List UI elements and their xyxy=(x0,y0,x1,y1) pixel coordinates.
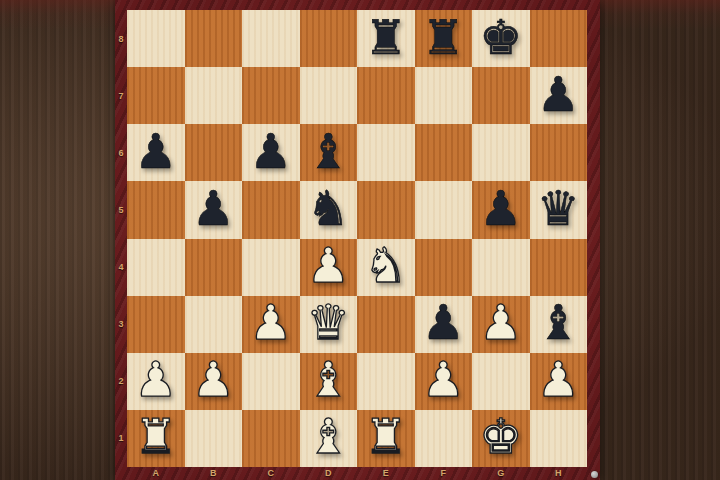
piece-white-bishop-d1[interactable]: ♝ xyxy=(307,412,350,460)
square-c2[interactable] xyxy=(242,353,300,410)
piece-white-knight-e4[interactable]: ♞ xyxy=(364,241,407,289)
square-e7[interactable] xyxy=(357,67,415,124)
piece-black-rook-e8[interactable]: ♜ xyxy=(364,13,407,61)
square-a6[interactable]: ♟ xyxy=(127,124,185,181)
square-g7[interactable] xyxy=(472,67,530,124)
square-b1[interactable] xyxy=(185,410,243,467)
rank-label-8: 8 xyxy=(115,10,127,67)
square-a5[interactable] xyxy=(127,181,185,238)
piece-white-pawn-g3[interactable]: ♟ xyxy=(479,298,522,346)
rank-label-2: 2 xyxy=(115,353,127,410)
square-e1[interactable]: ♜ xyxy=(357,410,415,467)
square-h2[interactable]: ♟ xyxy=(530,353,588,410)
piece-white-rook-a1[interactable]: ♜ xyxy=(134,412,177,460)
square-b6[interactable] xyxy=(185,124,243,181)
square-f6[interactable] xyxy=(415,124,473,181)
square-h5[interactable]: ♛ xyxy=(530,181,588,238)
square-f4[interactable] xyxy=(415,239,473,296)
square-c4[interactable] xyxy=(242,239,300,296)
square-e6[interactable] xyxy=(357,124,415,181)
square-h6[interactable] xyxy=(530,124,588,181)
square-f3[interactable]: ♟ xyxy=(415,296,473,353)
screenshot: 87654321 ABCDEFGH ♜♜♚♟♟♟♝♟♞♟♛♟♞♟♛♟♟♝♟♟♝♟… xyxy=(0,0,720,480)
piece-black-bishop-h3[interactable]: ♝ xyxy=(537,298,580,346)
square-c1[interactable] xyxy=(242,410,300,467)
square-a1[interactable]: ♜ xyxy=(127,410,185,467)
piece-black-knight-d5[interactable]: ♞ xyxy=(307,184,350,232)
square-e8[interactable]: ♜ xyxy=(357,10,415,67)
file-label-c: C xyxy=(242,466,300,480)
square-g8[interactable]: ♚ xyxy=(472,10,530,67)
square-e4[interactable]: ♞ xyxy=(357,239,415,296)
file-label-e: E xyxy=(357,466,415,480)
corner-dot xyxy=(591,471,598,478)
square-b4[interactable] xyxy=(185,239,243,296)
piece-white-pawn-c3[interactable]: ♟ xyxy=(249,298,292,346)
square-h3[interactable]: ♝ xyxy=(530,296,588,353)
square-h1[interactable] xyxy=(530,410,588,467)
square-f7[interactable] xyxy=(415,67,473,124)
square-d1[interactable]: ♝ xyxy=(300,410,358,467)
square-d3[interactable]: ♛ xyxy=(300,296,358,353)
square-g5[interactable]: ♟ xyxy=(472,181,530,238)
rank-label-1: 1 xyxy=(115,410,127,467)
piece-white-queen-d3[interactable]: ♛ xyxy=(307,298,350,346)
square-f1[interactable] xyxy=(415,410,473,467)
square-d4[interactable]: ♟ xyxy=(300,239,358,296)
square-f5[interactable] xyxy=(415,181,473,238)
square-c7[interactable] xyxy=(242,67,300,124)
square-b3[interactable] xyxy=(185,296,243,353)
file-label-h: H xyxy=(530,466,588,480)
square-g1[interactable]: ♚ xyxy=(472,410,530,467)
piece-black-rook-f8[interactable]: ♜ xyxy=(422,13,465,61)
file-label-f: F xyxy=(415,466,473,480)
board-squares: ♜♜♚♟♟♟♝♟♞♟♛♟♞♟♛♟♟♝♟♟♝♟♟♜♝♜♚ xyxy=(127,10,587,467)
square-g3[interactable]: ♟ xyxy=(472,296,530,353)
rank-labels: 87654321 xyxy=(115,10,127,467)
square-g2[interactable] xyxy=(472,353,530,410)
square-c8[interactable] xyxy=(242,10,300,67)
piece-white-pawn-h2[interactable]: ♟ xyxy=(537,355,580,403)
piece-black-pawn-g5[interactable]: ♟ xyxy=(479,184,522,232)
piece-white-bishop-d2[interactable]: ♝ xyxy=(307,355,350,403)
rank-label-4: 4 xyxy=(115,239,127,296)
file-label-d: D xyxy=(300,466,358,480)
piece-black-pawn-f3[interactable]: ♟ xyxy=(422,298,465,346)
piece-black-pawn-c6[interactable]: ♟ xyxy=(249,127,292,175)
square-a8[interactable] xyxy=(127,10,185,67)
piece-black-queen-h5[interactable]: ♛ xyxy=(537,184,580,232)
piece-black-pawn-a6[interactable]: ♟ xyxy=(134,127,177,175)
rank-label-5: 5 xyxy=(115,181,127,238)
square-a4[interactable] xyxy=(127,239,185,296)
piece-white-rook-e1[interactable]: ♜ xyxy=(364,412,407,460)
piece-black-king-g8[interactable]: ♚ xyxy=(479,13,522,61)
piece-black-pawn-h7[interactable]: ♟ xyxy=(537,70,580,118)
piece-white-pawn-b2[interactable]: ♟ xyxy=(192,355,235,403)
square-f2[interactable]: ♟ xyxy=(415,353,473,410)
file-label-b: B xyxy=(185,466,243,480)
square-d5[interactable]: ♞ xyxy=(300,181,358,238)
square-d8[interactable] xyxy=(300,10,358,67)
file-label-g: G xyxy=(472,466,530,480)
square-a2[interactable]: ♟ xyxy=(127,353,185,410)
piece-black-bishop-d6[interactable]: ♝ xyxy=(307,127,350,175)
piece-white-pawn-d4[interactable]: ♟ xyxy=(307,241,350,289)
piece-white-king-g1[interactable]: ♚ xyxy=(479,412,522,460)
square-c3[interactable]: ♟ xyxy=(242,296,300,353)
square-d2[interactable]: ♝ xyxy=(300,353,358,410)
square-e3[interactable] xyxy=(357,296,415,353)
square-d6[interactable]: ♝ xyxy=(300,124,358,181)
square-a3[interactable] xyxy=(127,296,185,353)
square-b5[interactable]: ♟ xyxy=(185,181,243,238)
square-f8[interactable]: ♜ xyxy=(415,10,473,67)
piece-white-pawn-f2[interactable]: ♟ xyxy=(422,355,465,403)
rank-label-3: 3 xyxy=(115,296,127,353)
piece-black-pawn-b5[interactable]: ♟ xyxy=(192,184,235,232)
square-h7[interactable]: ♟ xyxy=(530,67,588,124)
piece-white-pawn-a2[interactable]: ♟ xyxy=(134,355,177,403)
square-h8[interactable] xyxy=(530,10,588,67)
rank-label-7: 7 xyxy=(115,67,127,124)
rank-label-6: 6 xyxy=(115,124,127,181)
square-h4[interactable] xyxy=(530,239,588,296)
square-e2[interactable] xyxy=(357,353,415,410)
square-b8[interactable] xyxy=(185,10,243,67)
file-labels: ABCDEFGH xyxy=(127,466,587,480)
square-b2[interactable]: ♟ xyxy=(185,353,243,410)
square-g4[interactable] xyxy=(472,239,530,296)
square-b7[interactable] xyxy=(185,67,243,124)
square-c5[interactable] xyxy=(242,181,300,238)
file-label-a: A xyxy=(127,466,185,480)
square-d7[interactable] xyxy=(300,67,358,124)
square-g6[interactable] xyxy=(472,124,530,181)
square-e5[interactable] xyxy=(357,181,415,238)
square-c6[interactable]: ♟ xyxy=(242,124,300,181)
square-a7[interactable] xyxy=(127,67,185,124)
